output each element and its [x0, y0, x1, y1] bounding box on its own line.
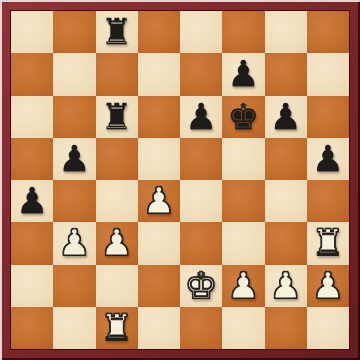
- square-h4[interactable]: [307, 180, 349, 222]
- square-g3[interactable]: [265, 222, 307, 264]
- square-d7[interactable]: [138, 53, 180, 95]
- square-b7[interactable]: [53, 53, 95, 95]
- square-f8[interactable]: [222, 11, 264, 53]
- square-g6[interactable]: ♟: [265, 96, 307, 138]
- black-king[interactable]: ♚: [227, 99, 259, 135]
- square-c8[interactable]: ♜: [96, 11, 138, 53]
- black-pawn[interactable]: ♟: [312, 141, 344, 177]
- square-h7[interactable]: [307, 53, 349, 95]
- square-d1[interactable]: [138, 307, 180, 349]
- square-d8[interactable]: [138, 11, 180, 53]
- square-e3[interactable]: [180, 222, 222, 264]
- square-b5[interactable]: ♟: [53, 138, 95, 180]
- white-pawn[interactable]: ♟: [58, 225, 90, 261]
- black-pawn[interactable]: ♟: [58, 141, 90, 177]
- square-a5[interactable]: [11, 138, 53, 180]
- square-a8[interactable]: [11, 11, 53, 53]
- square-h3[interactable]: ♜: [307, 222, 349, 264]
- square-d6[interactable]: [138, 96, 180, 138]
- square-g4[interactable]: [265, 180, 307, 222]
- square-d3[interactable]: [138, 222, 180, 264]
- square-c6[interactable]: ♜: [96, 96, 138, 138]
- square-c5[interactable]: [96, 138, 138, 180]
- square-g2[interactable]: ♟: [265, 265, 307, 307]
- square-a6[interactable]: [11, 96, 53, 138]
- square-d4[interactable]: ♟: [138, 180, 180, 222]
- square-f7[interactable]: ♟: [222, 53, 264, 95]
- square-c7[interactable]: [96, 53, 138, 95]
- white-pawn[interactable]: ♟: [143, 183, 175, 219]
- black-pawn[interactable]: ♟: [227, 56, 259, 92]
- white-pawn[interactable]: ♟: [269, 268, 301, 304]
- square-g8[interactable]: [265, 11, 307, 53]
- white-rook[interactable]: ♜: [312, 225, 344, 261]
- white-rook[interactable]: ♜: [100, 310, 132, 346]
- square-b1[interactable]: [53, 307, 95, 349]
- square-e2[interactable]: ♚: [180, 265, 222, 307]
- square-a3[interactable]: [11, 222, 53, 264]
- black-pawn[interactable]: ♟: [269, 99, 301, 135]
- square-d2[interactable]: [138, 265, 180, 307]
- square-a7[interactable]: [11, 53, 53, 95]
- square-e8[interactable]: [180, 11, 222, 53]
- square-h2[interactable]: ♟: [307, 265, 349, 307]
- square-g7[interactable]: [265, 53, 307, 95]
- square-b2[interactable]: [53, 265, 95, 307]
- square-h1[interactable]: [307, 307, 349, 349]
- black-rook[interactable]: ♜: [100, 14, 132, 50]
- square-c3[interactable]: ♟: [96, 222, 138, 264]
- square-e4[interactable]: [180, 180, 222, 222]
- square-e7[interactable]: [180, 53, 222, 95]
- white-pawn[interactable]: ♟: [312, 268, 344, 304]
- square-h8[interactable]: [307, 11, 349, 53]
- square-f4[interactable]: [222, 180, 264, 222]
- square-c4[interactable]: [96, 180, 138, 222]
- square-f3[interactable]: [222, 222, 264, 264]
- square-c1[interactable]: ♜: [96, 307, 138, 349]
- board-frame: ♜♟♜♟♚♟♟♟♟♟♟♟♜♚♟♟♟♜: [0, 0, 360, 360]
- square-b6[interactable]: [53, 96, 95, 138]
- square-b4[interactable]: [53, 180, 95, 222]
- square-e5[interactable]: [180, 138, 222, 180]
- square-b8[interactable]: [53, 11, 95, 53]
- square-f5[interactable]: [222, 138, 264, 180]
- square-f1[interactable]: [222, 307, 264, 349]
- square-g5[interactable]: [265, 138, 307, 180]
- chess-board: ♜♟♜♟♚♟♟♟♟♟♟♟♜♚♟♟♟♜: [11, 11, 349, 349]
- square-h6[interactable]: [307, 96, 349, 138]
- square-e6[interactable]: ♟: [180, 96, 222, 138]
- square-e1[interactable]: [180, 307, 222, 349]
- square-a2[interactable]: [11, 265, 53, 307]
- white-pawn[interactable]: ♟: [227, 268, 259, 304]
- square-c2[interactable]: [96, 265, 138, 307]
- square-f6[interactable]: ♚: [222, 96, 264, 138]
- black-rook[interactable]: ♜: [100, 99, 132, 135]
- square-a4[interactable]: ♟: [11, 180, 53, 222]
- square-d5[interactable]: [138, 138, 180, 180]
- square-f2[interactable]: ♟: [222, 265, 264, 307]
- black-pawn[interactable]: ♟: [185, 99, 217, 135]
- square-g1[interactable]: [265, 307, 307, 349]
- square-a1[interactable]: [11, 307, 53, 349]
- white-pawn[interactable]: ♟: [100, 225, 132, 261]
- white-king[interactable]: ♚: [185, 268, 217, 304]
- square-h5[interactable]: ♟: [307, 138, 349, 180]
- black-pawn[interactable]: ♟: [16, 183, 48, 219]
- square-b3[interactable]: ♟: [53, 222, 95, 264]
